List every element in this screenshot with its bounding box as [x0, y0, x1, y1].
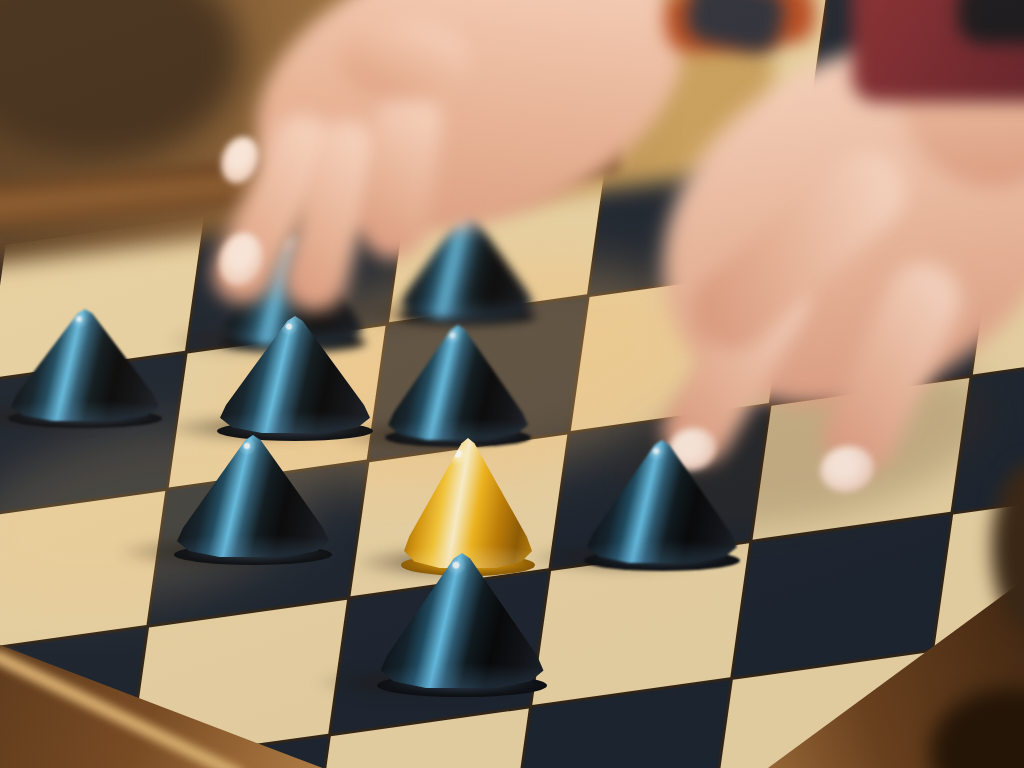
- black-cone-piece[interactable]: [11, 309, 159, 421]
- black-cone-piece[interactable]: [388, 325, 528, 440]
- cone-body: [177, 435, 329, 557]
- black-cone-piece[interactable]: [177, 435, 329, 557]
- yellow-cone-piece[interactable]: [404, 438, 532, 568]
- black-cone-piece[interactable]: [401, 212, 533, 318]
- cone-body: [11, 309, 159, 421]
- black-cone-piece[interactable]: [381, 553, 544, 688]
- sleeve-black-corner: [958, 0, 1024, 44]
- board-cell[interactable]: [791, 104, 1008, 266]
- black-cone-piece[interactable]: [587, 440, 737, 563]
- cone-body: [388, 325, 528, 440]
- cone-body: [381, 553, 544, 688]
- board-cell[interactable]: [733, 515, 950, 677]
- black-cone-piece[interactable]: [220, 316, 370, 433]
- cone-body: [220, 316, 370, 433]
- cone-body: [404, 438, 532, 568]
- cone-body: [401, 212, 533, 318]
- cone-body: [587, 440, 737, 563]
- game-photo-canvas: [0, 0, 1024, 768]
